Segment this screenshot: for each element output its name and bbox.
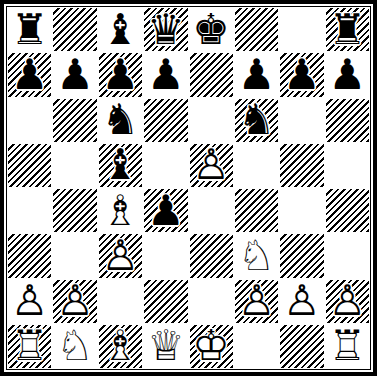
white-pawn-halo: ♟ — [7, 279, 52, 324]
square-a6[interactable] — [7, 98, 52, 143]
square-e5[interactable]: ♟♙ — [189, 143, 234, 188]
white-pawn-halo: ♟ — [234, 279, 279, 324]
white-pawn-c3[interactable]: ♙ — [98, 233, 143, 278]
chess-diagram: ♜♜♝♝♛♛♚♚♜♜♟♟♟♟♟♟♟♟♟♟♟♟♟♟♞♞♞♞♝♝♟♙♝♗♟♟♟♙♞♘… — [0, 0, 377, 376]
square-b2[interactable]: ♟♙ — [52, 279, 97, 324]
black-pawn-f7[interactable]: ♟ — [234, 52, 279, 97]
square-b8[interactable] — [52, 7, 97, 52]
square-a7[interactable]: ♟♟ — [7, 52, 52, 97]
square-g8[interactable] — [279, 7, 324, 52]
black-knight-halo: ♞ — [234, 98, 279, 143]
square-b1[interactable]: ♞♘ — [52, 324, 97, 369]
black-pawn-halo: ♟ — [98, 52, 143, 97]
white-rook-halo: ♜ — [325, 324, 370, 369]
square-b3[interactable] — [52, 233, 97, 278]
square-b6[interactable] — [52, 98, 97, 143]
square-f6[interactable]: ♞♞ — [234, 98, 279, 143]
square-d7[interactable]: ♟♟ — [143, 52, 188, 97]
black-pawn-halo: ♟ — [7, 52, 52, 97]
black-pawn-d4[interactable]: ♟ — [143, 188, 188, 233]
square-c1[interactable]: ♝♗ — [98, 324, 143, 369]
black-knight-halo: ♞ — [98, 98, 143, 143]
square-d8[interactable]: ♛♛ — [143, 7, 188, 52]
square-e3[interactable] — [189, 233, 234, 278]
black-pawn-h7[interactable]: ♟ — [325, 52, 370, 97]
square-c8[interactable]: ♝♝ — [98, 7, 143, 52]
black-rook-h8[interactable]: ♜ — [325, 7, 370, 52]
black-pawn-halo: ♟ — [279, 52, 324, 97]
white-pawn-f2[interactable]: ♙ — [234, 279, 279, 324]
black-knight-c6[interactable]: ♞ — [98, 98, 143, 143]
square-f2[interactable]: ♟♙ — [234, 279, 279, 324]
white-pawn-halo: ♟ — [189, 143, 234, 188]
white-pawn-e5[interactable]: ♙ — [189, 143, 234, 188]
square-a5[interactable] — [7, 143, 52, 188]
square-f5[interactable] — [234, 143, 279, 188]
white-queen-halo: ♛ — [143, 324, 188, 369]
white-knight-f3[interactable]: ♘ — [234, 233, 279, 278]
black-pawn-d7[interactable]: ♟ — [143, 52, 188, 97]
black-pawn-halo: ♟ — [52, 52, 97, 97]
square-e6[interactable] — [189, 98, 234, 143]
black-pawn-halo: ♟ — [143, 52, 188, 97]
square-a3[interactable] — [7, 233, 52, 278]
square-e2[interactable] — [189, 279, 234, 324]
black-bishop-c8[interactable]: ♝ — [98, 7, 143, 52]
square-b7[interactable]: ♟♟ — [52, 52, 97, 97]
square-f4[interactable] — [234, 188, 279, 233]
black-pawn-a7[interactable]: ♟ — [7, 52, 52, 97]
square-c6[interactable]: ♞♞ — [98, 98, 143, 143]
square-d4[interactable]: ♟♟ — [143, 188, 188, 233]
white-pawn-halo: ♟ — [98, 233, 143, 278]
white-pawn-halo: ♟ — [325, 279, 370, 324]
board-frame: ♜♜♝♝♛♛♚♚♜♜♟♟♟♟♟♟♟♟♟♟♟♟♟♟♞♞♞♞♝♝♟♙♝♗♟♟♟♙♞♘… — [6, 6, 371, 370]
white-knight-halo: ♞ — [234, 233, 279, 278]
black-pawn-halo: ♟ — [143, 188, 188, 233]
square-e1[interactable]: ♚♔ — [189, 324, 234, 369]
square-h4[interactable] — [325, 188, 370, 233]
square-h7[interactable]: ♟♟ — [325, 52, 370, 97]
white-bishop-halo: ♝ — [98, 188, 143, 233]
white-rook-h1[interactable]: ♖ — [325, 324, 370, 369]
black-pawn-c7[interactable]: ♟ — [98, 52, 143, 97]
white-knight-b1[interactable]: ♘ — [52, 324, 97, 369]
square-g6[interactable] — [279, 98, 324, 143]
square-f1[interactable] — [234, 324, 279, 369]
black-rook-halo: ♜ — [7, 7, 52, 52]
black-bishop-halo: ♝ — [98, 7, 143, 52]
white-pawn-a2[interactable]: ♙ — [7, 279, 52, 324]
black-knight-f6[interactable]: ♞ — [234, 98, 279, 143]
square-a8[interactable]: ♜♜ — [7, 7, 52, 52]
square-f3[interactable]: ♞♘ — [234, 233, 279, 278]
white-bishop-c4[interactable]: ♗ — [98, 188, 143, 233]
square-g5[interactable] — [279, 143, 324, 188]
square-f7[interactable]: ♟♟ — [234, 52, 279, 97]
white-bishop-halo: ♝ — [98, 324, 143, 369]
square-h1[interactable]: ♜♖ — [325, 324, 370, 369]
white-king-e1[interactable]: ♔ — [189, 324, 234, 369]
square-h2[interactable]: ♟♙ — [325, 279, 370, 324]
black-bishop-c5[interactable]: ♝ — [98, 143, 143, 188]
square-e7[interactable] — [189, 52, 234, 97]
square-c2[interactable] — [98, 279, 143, 324]
white-rook-a1[interactable]: ♖ — [7, 324, 52, 369]
black-pawn-b7[interactable]: ♟ — [52, 52, 97, 97]
black-rook-halo: ♜ — [325, 7, 370, 52]
square-c5[interactable]: ♝♝ — [98, 143, 143, 188]
white-pawn-g2[interactable]: ♙ — [279, 279, 324, 324]
square-h3[interactable] — [325, 233, 370, 278]
square-h8[interactable]: ♜♜ — [325, 7, 370, 52]
black-rook-a8[interactable]: ♜ — [7, 7, 52, 52]
square-d1[interactable]: ♛♕ — [143, 324, 188, 369]
square-d5[interactable] — [143, 143, 188, 188]
square-h6[interactable] — [325, 98, 370, 143]
white-bishop-c1[interactable]: ♗ — [98, 324, 143, 369]
black-pawn-g7[interactable]: ♟ — [279, 52, 324, 97]
square-g2[interactable]: ♟♙ — [279, 279, 324, 324]
black-king-halo: ♚ — [189, 7, 234, 52]
white-rook-halo: ♜ — [7, 324, 52, 369]
square-a2[interactable]: ♟♙ — [7, 279, 52, 324]
square-g1[interactable] — [279, 324, 324, 369]
square-e8[interactable]: ♚♚ — [189, 7, 234, 52]
black-queen-halo: ♛ — [143, 7, 188, 52]
square-e4[interactable] — [189, 188, 234, 233]
square-a1[interactable]: ♜♖ — [7, 324, 52, 369]
square-c7[interactable]: ♟♟ — [98, 52, 143, 97]
square-d6[interactable] — [143, 98, 188, 143]
square-a4[interactable] — [7, 188, 52, 233]
black-bishop-halo: ♝ — [98, 143, 143, 188]
square-g7[interactable]: ♟♟ — [279, 52, 324, 97]
square-g3[interactable] — [279, 233, 324, 278]
square-h5[interactable] — [325, 143, 370, 188]
square-d3[interactable] — [143, 233, 188, 278]
black-king-e8[interactable]: ♚ — [189, 7, 234, 52]
black-queen-d8[interactable]: ♛ — [143, 7, 188, 52]
square-b5[interactable] — [52, 143, 97, 188]
square-c4[interactable]: ♝♗ — [98, 188, 143, 233]
square-b4[interactable] — [52, 188, 97, 233]
white-king-halo: ♚ — [189, 324, 234, 369]
white-knight-halo: ♞ — [52, 324, 97, 369]
chess-board: ♜♜♝♝♛♛♚♚♜♜♟♟♟♟♟♟♟♟♟♟♟♟♟♟♞♞♞♞♝♝♟♙♝♗♟♟♟♙♞♘… — [7, 7, 370, 369]
square-g4[interactable] — [279, 188, 324, 233]
square-f8[interactable] — [234, 7, 279, 52]
white-queen-d1[interactable]: ♕ — [143, 324, 188, 369]
black-pawn-halo: ♟ — [325, 52, 370, 97]
white-pawn-h2[interactable]: ♙ — [325, 279, 370, 324]
white-pawn-b2[interactable]: ♙ — [52, 279, 97, 324]
white-pawn-halo: ♟ — [279, 279, 324, 324]
square-c3[interactable]: ♟♙ — [98, 233, 143, 278]
square-d2[interactable] — [143, 279, 188, 324]
black-pawn-halo: ♟ — [234, 52, 279, 97]
white-pawn-halo: ♟ — [52, 279, 97, 324]
